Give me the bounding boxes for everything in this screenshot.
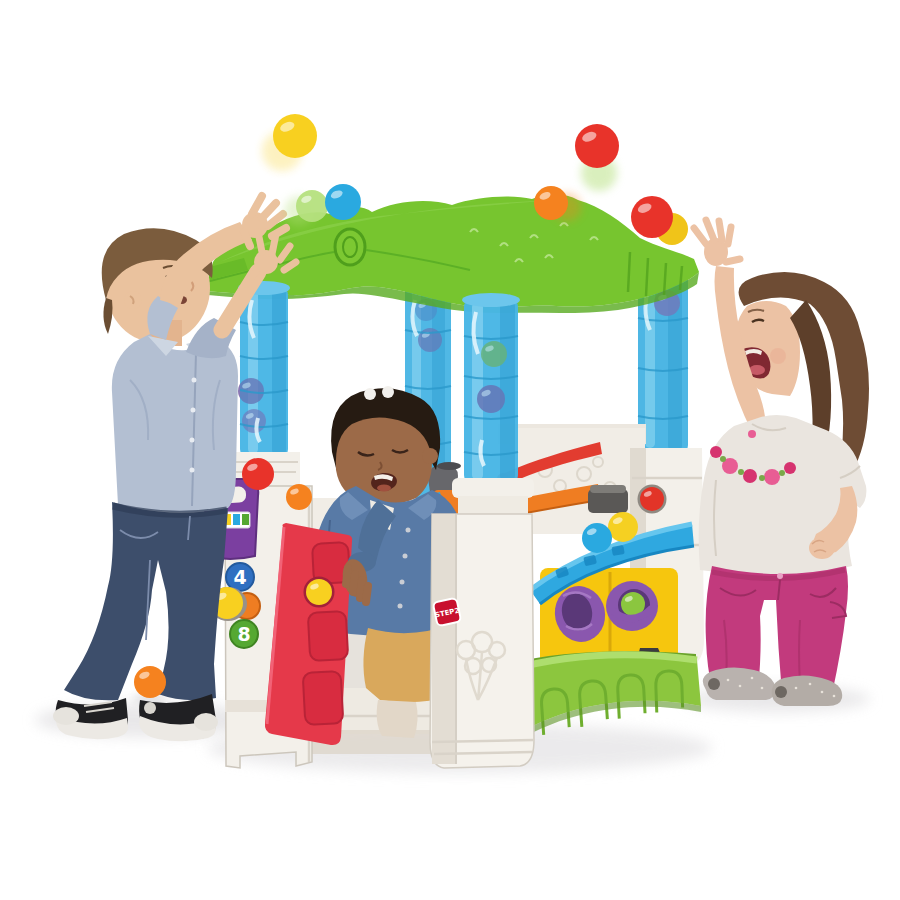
ball-orange-on-door-rail: [286, 484, 312, 510]
ball-blue-on-tray: [582, 523, 612, 553]
roof-medallion: [335, 229, 365, 265]
ball-red-roof-corner: [631, 196, 673, 238]
ball-red-on-left-post: [242, 458, 274, 490]
hair-bead-1: [364, 388, 376, 400]
brand-logo: STEP2: [432, 598, 461, 627]
ball-green-on-roof-left: [296, 190, 328, 222]
ball-red-in-post-hole: [640, 487, 664, 511]
boy-shirt: [112, 334, 238, 512]
ball-yellow-flying: [273, 114, 317, 158]
toddler-shoe: [377, 700, 418, 738]
ball-blue-on-roof-left: [325, 184, 361, 220]
ball-yellow-in-door-window: [306, 579, 332, 605]
ball-at-doorway: [286, 484, 312, 510]
ball-orange-on-ground: [134, 666, 166, 698]
scene-canvas: 4 8: [0, 0, 900, 900]
product-photo-scene: 4 8: [0, 0, 900, 900]
center-ball-column: [462, 293, 520, 484]
center-corner-post: STEP2: [430, 478, 534, 768]
ball-yellow-on-tray: [608, 512, 638, 542]
number-button-4: 4: [233, 566, 246, 588]
hair-bead-2: [382, 386, 394, 398]
sticker-glyph-blue: [233, 514, 240, 525]
number-button-8: 8: [237, 623, 250, 645]
ball-red-flying-right: [575, 124, 619, 168]
ball-in-right-post: [640, 487, 664, 511]
ball-in-door-window: [306, 579, 332, 605]
ball-orange-on-roof: [534, 186, 568, 220]
sticker-glyph-green: [242, 514, 249, 525]
